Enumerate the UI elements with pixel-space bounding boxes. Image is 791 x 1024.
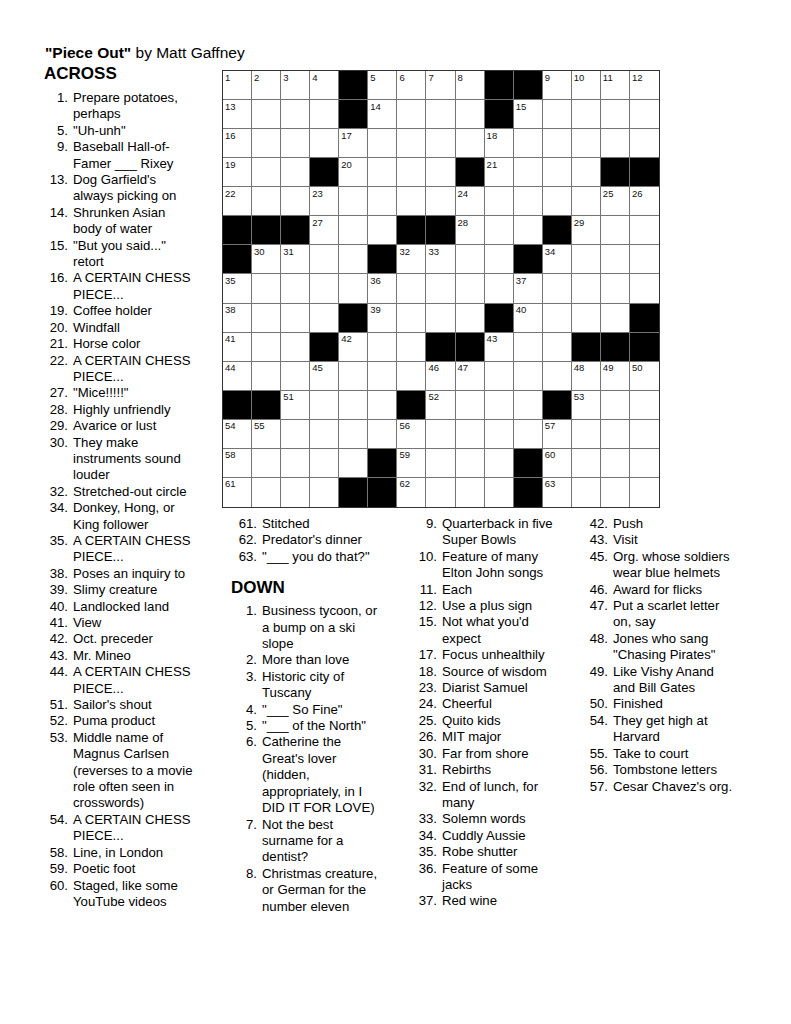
clue-down-6: 6.Catherine the Great's lover (hidden, a… [231,734,407,816]
clue-text: "___ So Fine" [262,702,407,718]
cell-3-4[interactable] [310,129,339,158]
clue-down-46: 46.Award for flicks [582,582,790,598]
cell-4-13[interactable] [572,158,601,187]
across-clue-column: ACROSS 1.Prepare potatoes, perhaps5."Uh-… [44,64,223,910]
clue-text: Christmas creature, or German for the nu… [262,866,407,915]
cell-13-6[interactable] [368,420,397,449]
cell-7-15[interactable] [630,245,659,274]
cell-10-5[interactable]: 42 [339,333,368,362]
cell-11-11[interactable] [514,362,543,391]
cell-4-7[interactable] [397,158,426,187]
clue-across-38: 38.Poses an inquiry to [44,566,223,582]
cell-10-2[interactable] [252,333,281,362]
cell-6-13[interactable]: 29 [572,216,601,245]
cell-1-2[interactable]: 2 [252,71,281,100]
cell-13-13[interactable] [572,420,601,449]
clue-across-13: 13.Dog Garfield's always picking on [44,172,223,205]
cell-15-14[interactable] [601,478,630,507]
cell-5-3[interactable] [281,187,310,216]
cell-number: 52 [428,391,439,402]
cell-6-10[interactable] [485,216,514,245]
clue-across-28: 28.Highly unfriendly [44,402,223,418]
cell-7-2[interactable]: 30 [252,245,281,274]
cell-3-14[interactable] [601,129,630,158]
cell-11-1[interactable]: 44 [223,362,252,391]
cell-13-2[interactable]: 55 [252,420,281,449]
cell-1-9[interactable]: 8 [456,71,485,100]
cell-13-10[interactable] [485,420,514,449]
cell-number: 55 [254,420,265,431]
cell-number: 33 [428,246,439,257]
cell-8-13[interactable] [572,274,601,303]
cell-4-3[interactable] [281,158,310,187]
cell-9-4[interactable] [310,304,339,333]
black-cell-9-10 [485,304,514,333]
clue-across-62: 62.Predator's dinner [231,532,407,548]
cell-5-12[interactable] [543,187,572,216]
cell-4-12[interactable] [543,158,572,187]
cell-3-2[interactable] [252,129,281,158]
black-cell-4-9 [456,158,485,187]
cell-8-12[interactable] [543,274,572,303]
cell-5-9[interactable]: 24 [456,187,485,216]
cell-number: 36 [370,275,381,286]
cell-13-3[interactable] [281,420,310,449]
black-cell-12-12 [543,391,572,420]
clue-across-34: 34.Donkey, Hong, or King follower [44,500,223,533]
cell-10-12[interactable] [543,333,572,362]
cell-15-13[interactable] [572,478,601,507]
clue-text: Catherine the Great's lover (hidden, app… [262,734,407,816]
cell-11-9[interactable]: 47 [456,362,485,391]
down-header: DOWN [231,578,407,598]
cell-13-11[interactable] [514,420,543,449]
clue-text: Each [442,582,579,598]
clue-down-54: 54.They get high at Harvard [582,713,790,746]
cell-3-8[interactable] [426,129,455,158]
cell-number: 6 [399,72,404,83]
cell-1-15[interactable]: 12 [630,71,659,100]
cell-6-9[interactable]: 28 [456,216,485,245]
clue-text: Not what you'd expect [442,614,579,647]
cell-11-2[interactable] [252,362,281,391]
clue-down-10: 10.Feature of many Elton John songs [409,549,579,582]
clue-across-52: 52.Puma product [44,713,223,729]
cell-1-12[interactable]: 9 [543,71,572,100]
cell-8-8[interactable] [426,274,455,303]
black-cell-12-7 [397,391,426,420]
cell-8-15[interactable] [630,274,659,303]
cell-12-3[interactable]: 51 [281,391,310,420]
cell-number: 7 [428,72,433,83]
cell-2-4[interactable] [310,100,339,129]
cell-9-14[interactable] [601,304,630,333]
cell-11-5[interactable] [339,362,368,391]
cell-11-6[interactable] [368,362,397,391]
cell-5-15[interactable]: 26 [630,187,659,216]
cell-4-11[interactable] [514,158,543,187]
clue-number: 38. [44,566,68,582]
clue-text: A CERTAIN CHESS PIECE... [73,533,223,566]
cell-8-1[interactable]: 35 [223,274,252,303]
clue-number: 5. [44,123,68,139]
cell-2-12[interactable] [543,100,572,129]
cell-2-14[interactable] [601,100,630,129]
cell-15-12[interactable]: 63 [543,478,572,507]
clue-number: 32. [409,779,437,812]
black-cell-1-11 [514,71,543,100]
cell-5-1[interactable]: 22 [223,187,252,216]
cell-5-5[interactable] [339,187,368,216]
clue-text: Diarist Samuel [442,680,579,696]
cell-1-1[interactable]: 1 [223,71,252,100]
clue-text: Mr. Mineo [73,648,223,664]
cell-14-14[interactable] [601,449,630,478]
clue-text: Windfall [73,320,223,336]
cell-4-2[interactable] [252,158,281,187]
cell-15-4[interactable] [310,478,339,507]
clue-text: Highly unfriendly [73,402,223,418]
cell-3-11[interactable] [514,129,543,158]
cell-number: 50 [632,362,643,373]
clue-number: 14. [44,205,68,238]
cell-14-12[interactable]: 60 [543,449,572,478]
cell-8-6[interactable]: 36 [368,274,397,303]
cell-13-14[interactable] [601,420,630,449]
cell-12-14[interactable] [601,391,630,420]
cell-3-12[interactable] [543,129,572,158]
cell-2-9[interactable] [456,100,485,129]
cell-15-10[interactable] [485,478,514,507]
cell-12-5[interactable] [339,391,368,420]
cell-1-7[interactable]: 6 [397,71,426,100]
cell-12-9[interactable] [456,391,485,420]
cell-6-5[interactable] [339,216,368,245]
cell-14-15[interactable] [630,449,659,478]
cell-14-7[interactable]: 59 [397,449,426,478]
cell-10-7[interactable] [397,333,426,362]
cell-12-8[interactable]: 52 [426,391,455,420]
clue-text: End of lunch, for many [442,779,579,812]
cell-number: 22 [225,188,236,199]
cell-3-15[interactable] [630,129,659,158]
cell-10-10[interactable]: 43 [485,333,514,362]
cell-4-8[interactable] [426,158,455,187]
clue-number: 43. [44,648,68,664]
cell-14-2[interactable] [252,449,281,478]
cell-9-11[interactable]: 40 [514,304,543,333]
cell-12-4[interactable] [310,391,339,420]
cell-7-3[interactable]: 31 [281,245,310,274]
clue-text: Dog Garfield's always picking on [73,172,223,205]
clue-number: 46. [582,582,608,598]
cell-6-15[interactable] [630,216,659,245]
puzzle-title-line: "Piece Out" by Matt Gaffney [45,44,245,62]
cell-2-1[interactable]: 13 [223,100,252,129]
cell-8-7[interactable] [397,274,426,303]
cell-14-8[interactable] [426,449,455,478]
cell-14-13[interactable] [572,449,601,478]
cell-11-12[interactable] [543,362,572,391]
cell-13-12[interactable]: 57 [543,420,572,449]
black-cell-12-2 [252,391,281,420]
cell-4-1[interactable]: 19 [223,158,252,187]
cell-14-9[interactable] [456,449,485,478]
cell-2-15[interactable] [630,100,659,129]
clue-text: Cuddly Aussie [442,828,579,844]
cell-number: 46 [428,362,439,373]
cell-4-10[interactable]: 21 [485,158,514,187]
cell-1-6[interactable]: 5 [368,71,397,100]
cell-2-8[interactable] [426,100,455,129]
cell-1-4[interactable]: 4 [310,71,339,100]
cell-8-9[interactable] [456,274,485,303]
cell-number: 44 [225,362,236,373]
cell-number: 43 [487,333,498,344]
cell-8-3[interactable] [281,274,310,303]
cell-8-4[interactable] [310,274,339,303]
cell-7-7[interactable]: 32 [397,245,426,274]
cell-10-11[interactable] [514,333,543,362]
cell-3-7[interactable] [397,129,426,158]
clue-text: Cesar Chavez's org. [613,779,790,795]
clue-number: 3. [231,669,257,702]
cell-5-8[interactable] [426,187,455,216]
cell-number: 54 [225,420,236,431]
cell-13-7[interactable]: 56 [397,420,426,449]
cell-7-4[interactable] [310,245,339,274]
clue-across-61: 61.Stitched [231,516,407,532]
cell-number: 59 [399,449,410,460]
cell-2-7[interactable] [397,100,426,129]
cell-number: 21 [487,159,498,170]
cell-number: 45 [312,362,323,373]
cell-14-1[interactable]: 58 [223,449,252,478]
cell-8-10[interactable] [485,274,514,303]
cell-5-11[interactable] [514,187,543,216]
cell-2-2[interactable] [252,100,281,129]
clue-down-7: 7.Not the best surname for a dentist? [231,817,407,866]
cell-9-9[interactable] [456,304,485,333]
cell-15-8[interactable] [426,478,455,507]
black-cell-15-5 [339,478,368,507]
cell-1-14[interactable]: 11 [601,71,630,100]
clue-down-5: 5."___ of the North" [231,718,407,734]
cell-14-3[interactable] [281,449,310,478]
cell-15-9[interactable] [456,478,485,507]
cell-7-14[interactable] [601,245,630,274]
clue-text: Tombstone letters [613,762,790,778]
clue-down-30: 30.Far from shore [409,746,579,762]
clue-down-45: 45.Org. whose soldiers wear blue helmets [582,549,790,582]
cell-11-15[interactable]: 50 [630,362,659,391]
cell-15-1[interactable]: 61 [223,478,252,507]
cell-15-7[interactable]: 62 [397,478,426,507]
cell-3-13[interactable] [572,129,601,158]
cell-9-3[interactable] [281,304,310,333]
clue-text: Stretched-out circle [73,484,223,500]
cell-11-7[interactable] [397,362,426,391]
down-clues-9-37: 9.Quarterback in five Super Bowls10.Feat… [409,516,579,910]
cell-9-2[interactable] [252,304,281,333]
cell-7-5[interactable] [339,245,368,274]
cell-2-3[interactable] [281,100,310,129]
cell-11-13[interactable]: 48 [572,362,601,391]
cell-3-10[interactable]: 18 [485,129,514,158]
across-header: ACROSS [44,64,223,84]
black-cell-10-15 [630,333,659,362]
cell-6-4[interactable]: 27 [310,216,339,245]
cell-7-8[interactable]: 33 [426,245,455,274]
clue-across-1: 1.Prepare potatoes, perhaps [44,90,223,123]
clue-across-19: 19.Coffee holder [44,303,223,319]
cell-10-1[interactable]: 41 [223,333,252,362]
cell-13-1[interactable]: 54 [223,420,252,449]
black-cell-10-14 [601,333,630,362]
cell-13-8[interactable] [426,420,455,449]
cell-8-2[interactable] [252,274,281,303]
clue-across-40: 40.Landlocked land [44,599,223,615]
cell-12-10[interactable] [485,391,514,420]
cell-number: 57 [545,420,556,431]
cell-9-12[interactable] [543,304,572,333]
cell-3-6[interactable] [368,129,397,158]
clue-down-33: 33.Solemn words [409,811,579,827]
cell-9-7[interactable] [397,304,426,333]
clue-number: 9. [409,516,437,549]
cell-15-15[interactable] [630,478,659,507]
cell-8-11[interactable]: 37 [514,274,543,303]
cell-15-2[interactable] [252,478,281,507]
cell-10-3[interactable] [281,333,310,362]
cell-10-6[interactable] [368,333,397,362]
cell-15-3[interactable] [281,478,310,507]
cell-7-10[interactable] [485,245,514,274]
cell-5-10[interactable] [485,187,514,216]
cell-11-14[interactable]: 49 [601,362,630,391]
cell-number: 11 [603,72,613,83]
clue-down-32: 32.End of lunch, for many [409,779,579,812]
clue-across-21: 21.Horse color [44,336,223,352]
black-cell-10-8 [426,333,455,362]
clue-number: 7. [231,817,257,866]
clue-across-53: 53.Middle name of Magnus Carlsen (revers… [44,730,223,812]
cell-number: 37 [516,275,527,286]
clue-number: 29. [44,418,68,434]
cell-12-11[interactable] [514,391,543,420]
cell-14-5[interactable] [339,449,368,478]
cell-3-5[interactable]: 17 [339,129,368,158]
clue-number: 57. [582,779,608,795]
cell-13-4[interactable] [310,420,339,449]
cell-14-10[interactable] [485,449,514,478]
cell-number: 5 [370,72,375,83]
cell-6-14[interactable] [601,216,630,245]
clue-number: 2. [231,652,257,668]
cell-3-1[interactable]: 16 [223,129,252,158]
cell-number: 53 [574,391,585,402]
clue-text: "Uh-unh" [73,123,223,139]
cell-4-6[interactable] [368,158,397,187]
black-cell-10-13 [572,333,601,362]
clue-number: 26. [409,729,437,745]
cell-8-5[interactable] [339,274,368,303]
cell-3-9[interactable] [456,129,485,158]
clue-text: Put a scarlet letter on, say [613,598,790,631]
clue-text: Robe shutter [442,844,579,860]
cell-5-2[interactable] [252,187,281,216]
black-cell-10-4 [310,333,339,362]
cell-number: 48 [574,362,585,373]
black-cell-12-1 [223,391,252,420]
cell-6-11[interactable] [514,216,543,245]
cell-5-13[interactable] [572,187,601,216]
cell-13-9[interactable] [456,420,485,449]
cell-9-8[interactable] [426,304,455,333]
cell-12-13[interactable]: 53 [572,391,601,420]
cell-11-4[interactable]: 45 [310,362,339,391]
cell-5-7[interactable] [397,187,426,216]
cell-2-6[interactable]: 14 [368,100,397,129]
crossword-page: { "game": "crossword", "puzzle": { "titl… [0,0,791,1024]
puzzle-title: "Piece Out" [45,44,131,61]
cell-13-5[interactable] [339,420,368,449]
cell-9-13[interactable] [572,304,601,333]
cell-8-14[interactable] [601,274,630,303]
cell-11-3[interactable] [281,362,310,391]
clue-text: Far from shore [442,746,579,762]
clue-text: Stitched [262,516,407,532]
cell-6-6[interactable] [368,216,397,245]
clue-number: 52. [44,713,68,729]
cell-1-3[interactable]: 3 [281,71,310,100]
cell-2-13[interactable] [572,100,601,129]
clue-down-43: 43.Visit [582,532,790,548]
cell-12-15[interactable] [630,391,659,420]
cell-5-6[interactable] [368,187,397,216]
cell-number: 63 [545,478,556,489]
cell-11-10[interactable] [485,362,514,391]
cell-2-11[interactable]: 15 [514,100,543,129]
cell-7-9[interactable] [456,245,485,274]
clue-across-63: 63."___ you do that?" [231,549,407,565]
clue-number: 50. [582,696,608,712]
cell-number: 18 [487,130,498,141]
cell-13-15[interactable] [630,420,659,449]
cell-4-5[interactable]: 20 [339,158,368,187]
cell-3-3[interactable] [281,129,310,158]
cell-1-13[interactable]: 10 [572,71,601,100]
cell-7-13[interactable] [572,245,601,274]
cell-1-8[interactable]: 7 [426,71,455,100]
cell-5-4[interactable]: 23 [310,187,339,216]
cell-12-6[interactable] [368,391,397,420]
cell-9-1[interactable]: 38 [223,304,252,333]
cell-5-14[interactable]: 25 [601,187,630,216]
cell-14-4[interactable] [310,449,339,478]
cell-7-12[interactable]: 34 [543,245,572,274]
clue-number: 62. [231,532,257,548]
cell-11-8[interactable]: 46 [426,362,455,391]
cell-number: 28 [458,217,469,228]
clue-text: Slimy creature [73,582,223,598]
cell-number: 38 [225,304,236,315]
cell-number: 12 [632,72,643,83]
clue-number: 6. [231,734,257,816]
clue-number: 31. [409,762,437,778]
cell-9-6[interactable]: 39 [368,304,397,333]
clue-text: Poses an inquiry to [73,566,223,582]
